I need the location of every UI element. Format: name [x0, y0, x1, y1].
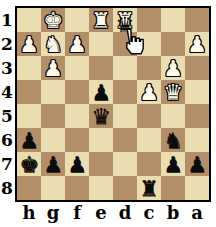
square-d6[interactable] — [113, 128, 137, 152]
piece-white-pawn-h2[interactable]: ♟ — [17, 32, 41, 56]
square-g5[interactable] — [41, 104, 65, 128]
square-e6[interactable] — [89, 128, 113, 152]
rank-label-3: 3 — [0, 56, 14, 80]
square-d4[interactable] — [113, 80, 137, 104]
square-g2[interactable]: ♞ — [41, 32, 65, 56]
square-h1[interactable] — [17, 8, 41, 32]
square-g4[interactable] — [41, 80, 65, 104]
file-label-e: e — [89, 201, 113, 225]
rank-label-5: 5 — [0, 104, 14, 128]
rank-label-4: 4 — [0, 80, 14, 104]
square-e8[interactable] — [89, 176, 113, 200]
square-h2[interactable]: ♟ — [17, 32, 41, 56]
square-c8[interactable]: ♜ — [137, 176, 161, 200]
file-label-g: g — [41, 201, 65, 225]
piece-white-pawn-g3[interactable]: ♟ — [41, 56, 65, 80]
square-h3[interactable] — [17, 56, 41, 80]
rank-label-7: 7 — [0, 152, 14, 176]
square-b1[interactable] — [161, 8, 185, 32]
rank-label-2: 2 — [0, 32, 14, 56]
piece-black-pawn-a7[interactable]: ♟ — [185, 152, 209, 176]
piece-black-pawn-e4[interactable]: ♟ — [89, 80, 113, 104]
piece-white-king-g1[interactable]: ♚ — [41, 8, 65, 32]
square-b4[interactable]: ♛ — [161, 80, 185, 104]
square-g1[interactable]: ♚ — [41, 8, 65, 32]
piece-black-queen-e5[interactable]: ♛ — [89, 104, 113, 128]
square-a8[interactable] — [185, 176, 209, 200]
square-b3[interactable]: ♟ — [161, 56, 185, 80]
square-c1[interactable] — [137, 8, 161, 32]
file-label-f: f — [65, 201, 89, 225]
rank-label-8: 8 — [0, 176, 14, 200]
square-a1[interactable] — [185, 8, 209, 32]
chess-board: ♚♜♜♟♞♟♟♟♟♟♟♛♛♟♞♚♟♟♟♟♜ ♛ — [15, 6, 211, 202]
square-a2[interactable]: ♟ — [185, 32, 209, 56]
square-e1[interactable]: ♜ — [89, 8, 113, 32]
square-g7[interactable]: ♟ — [41, 152, 65, 176]
file-label-a: a — [185, 201, 209, 225]
square-f5[interactable] — [65, 104, 89, 128]
piece-white-pawn-c4[interactable]: ♟ — [137, 80, 161, 104]
square-f1[interactable] — [65, 8, 89, 32]
square-g8[interactable] — [41, 176, 65, 200]
square-h8[interactable] — [17, 176, 41, 200]
square-h4[interactable] — [17, 80, 41, 104]
square-b7[interactable]: ♟ — [161, 152, 185, 176]
square-h7[interactable]: ♚ — [17, 152, 41, 176]
square-f2[interactable]: ♟ — [65, 32, 89, 56]
square-e5[interactable]: ♛ — [89, 104, 113, 128]
file-label-h: h — [17, 201, 41, 225]
rank-label-1: 1 — [0, 8, 14, 32]
square-d7[interactable] — [113, 152, 137, 176]
piece-black-rook-c8[interactable]: ♜ — [137, 176, 161, 200]
piece-white-queen-b4[interactable]: ♛ — [161, 80, 185, 104]
square-h5[interactable] — [17, 104, 41, 128]
square-a6[interactable] — [185, 128, 209, 152]
piece-white-pawn-a2[interactable]: ♟ — [185, 32, 209, 56]
square-c4[interactable]: ♟ — [137, 80, 161, 104]
square-b5[interactable] — [161, 104, 185, 128]
piece-white-pawn-f2[interactable]: ♟ — [65, 32, 89, 56]
square-e7[interactable] — [89, 152, 113, 176]
file-label-c: c — [137, 201, 161, 225]
file-label-d: d — [113, 201, 137, 225]
square-c5[interactable] — [137, 104, 161, 128]
square-d3[interactable] — [113, 56, 137, 80]
square-f7[interactable]: ♟ — [65, 152, 89, 176]
square-d1[interactable]: ♜ — [113, 8, 137, 32]
piece-black-pawn-b7[interactable]: ♟ — [161, 152, 185, 176]
square-f4[interactable] — [65, 80, 89, 104]
square-g3[interactable]: ♟ — [41, 56, 65, 80]
square-f3[interactable] — [65, 56, 89, 80]
square-f6[interactable] — [65, 128, 89, 152]
square-h6[interactable]: ♟ — [17, 128, 41, 152]
file-label-b: b — [161, 201, 185, 225]
rank-label-6: 6 — [0, 128, 14, 152]
square-c6[interactable] — [137, 128, 161, 152]
board-grid: ♚♜♜♟♞♟♟♟♟♟♟♛♛♟♞♚♟♟♟♟♜ — [17, 8, 209, 200]
square-c7[interactable] — [137, 152, 161, 176]
piece-black-knight-b6[interactable]: ♞ — [161, 128, 185, 152]
square-b8[interactable] — [161, 176, 185, 200]
square-b2[interactable] — [161, 32, 185, 56]
piece-white-pawn-b3[interactable]: ♟ — [161, 56, 185, 80]
piece-black-pawn-g7[interactable]: ♟ — [41, 152, 65, 176]
square-a7[interactable]: ♟ — [185, 152, 209, 176]
piece-black-pawn-h6[interactable]: ♟ — [17, 128, 41, 152]
square-d2[interactable] — [113, 32, 137, 56]
square-d8[interactable] — [113, 176, 137, 200]
piece-black-pawn-f7[interactable]: ♟ — [65, 152, 89, 176]
square-e3[interactable] — [89, 56, 113, 80]
chess-app-window: 12345678 ♚♜♜♟♞♟♟♟♟♟♟♛♛♟♞♚♟♟♟♟♜ ♛ hgfedcb… — [0, 0, 216, 227]
piece-white-rook-e1[interactable]: ♜ — [89, 8, 113, 32]
square-e4[interactable]: ♟ — [89, 80, 113, 104]
square-a4[interactable] — [185, 80, 209, 104]
square-b6[interactable]: ♞ — [161, 128, 185, 152]
piece-white-rook-d1[interactable]: ♜ — [113, 8, 137, 32]
square-f8[interactable] — [65, 176, 89, 200]
piece-white-knight-g2[interactable]: ♞ — [41, 32, 65, 56]
square-c2[interactable] — [137, 32, 161, 56]
piece-black-king-h7[interactable]: ♚ — [17, 152, 41, 176]
square-e2[interactable] — [89, 32, 113, 56]
square-a5[interactable] — [185, 104, 209, 128]
square-c3[interactable] — [137, 56, 161, 80]
square-d5[interactable] — [113, 104, 137, 128]
square-g6[interactable] — [41, 128, 65, 152]
square-a3[interactable] — [185, 56, 209, 80]
